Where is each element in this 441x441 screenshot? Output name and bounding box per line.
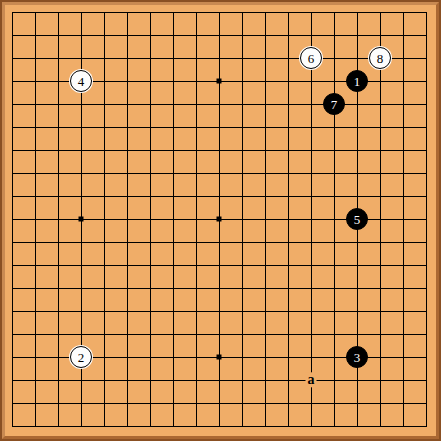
stone-black-1: 1 bbox=[346, 70, 368, 92]
star-point bbox=[217, 79, 222, 84]
star-point bbox=[217, 355, 222, 360]
point-label-a: a bbox=[306, 372, 317, 387]
stone-black-5: 5 bbox=[346, 208, 368, 230]
star-point bbox=[217, 217, 222, 222]
stone-white-8: 8 bbox=[369, 47, 391, 69]
stone-white-6: 6 bbox=[300, 47, 322, 69]
stone-white-2: 2 bbox=[70, 346, 92, 368]
stone-black-3: 3 bbox=[346, 346, 368, 368]
stone-black-7: 7 bbox=[323, 93, 345, 115]
go-board: 12345678a bbox=[2, 2, 439, 439]
star-point bbox=[79, 217, 84, 222]
go-board-frame: 12345678a bbox=[0, 0, 441, 441]
stone-white-4: 4 bbox=[70, 70, 92, 92]
